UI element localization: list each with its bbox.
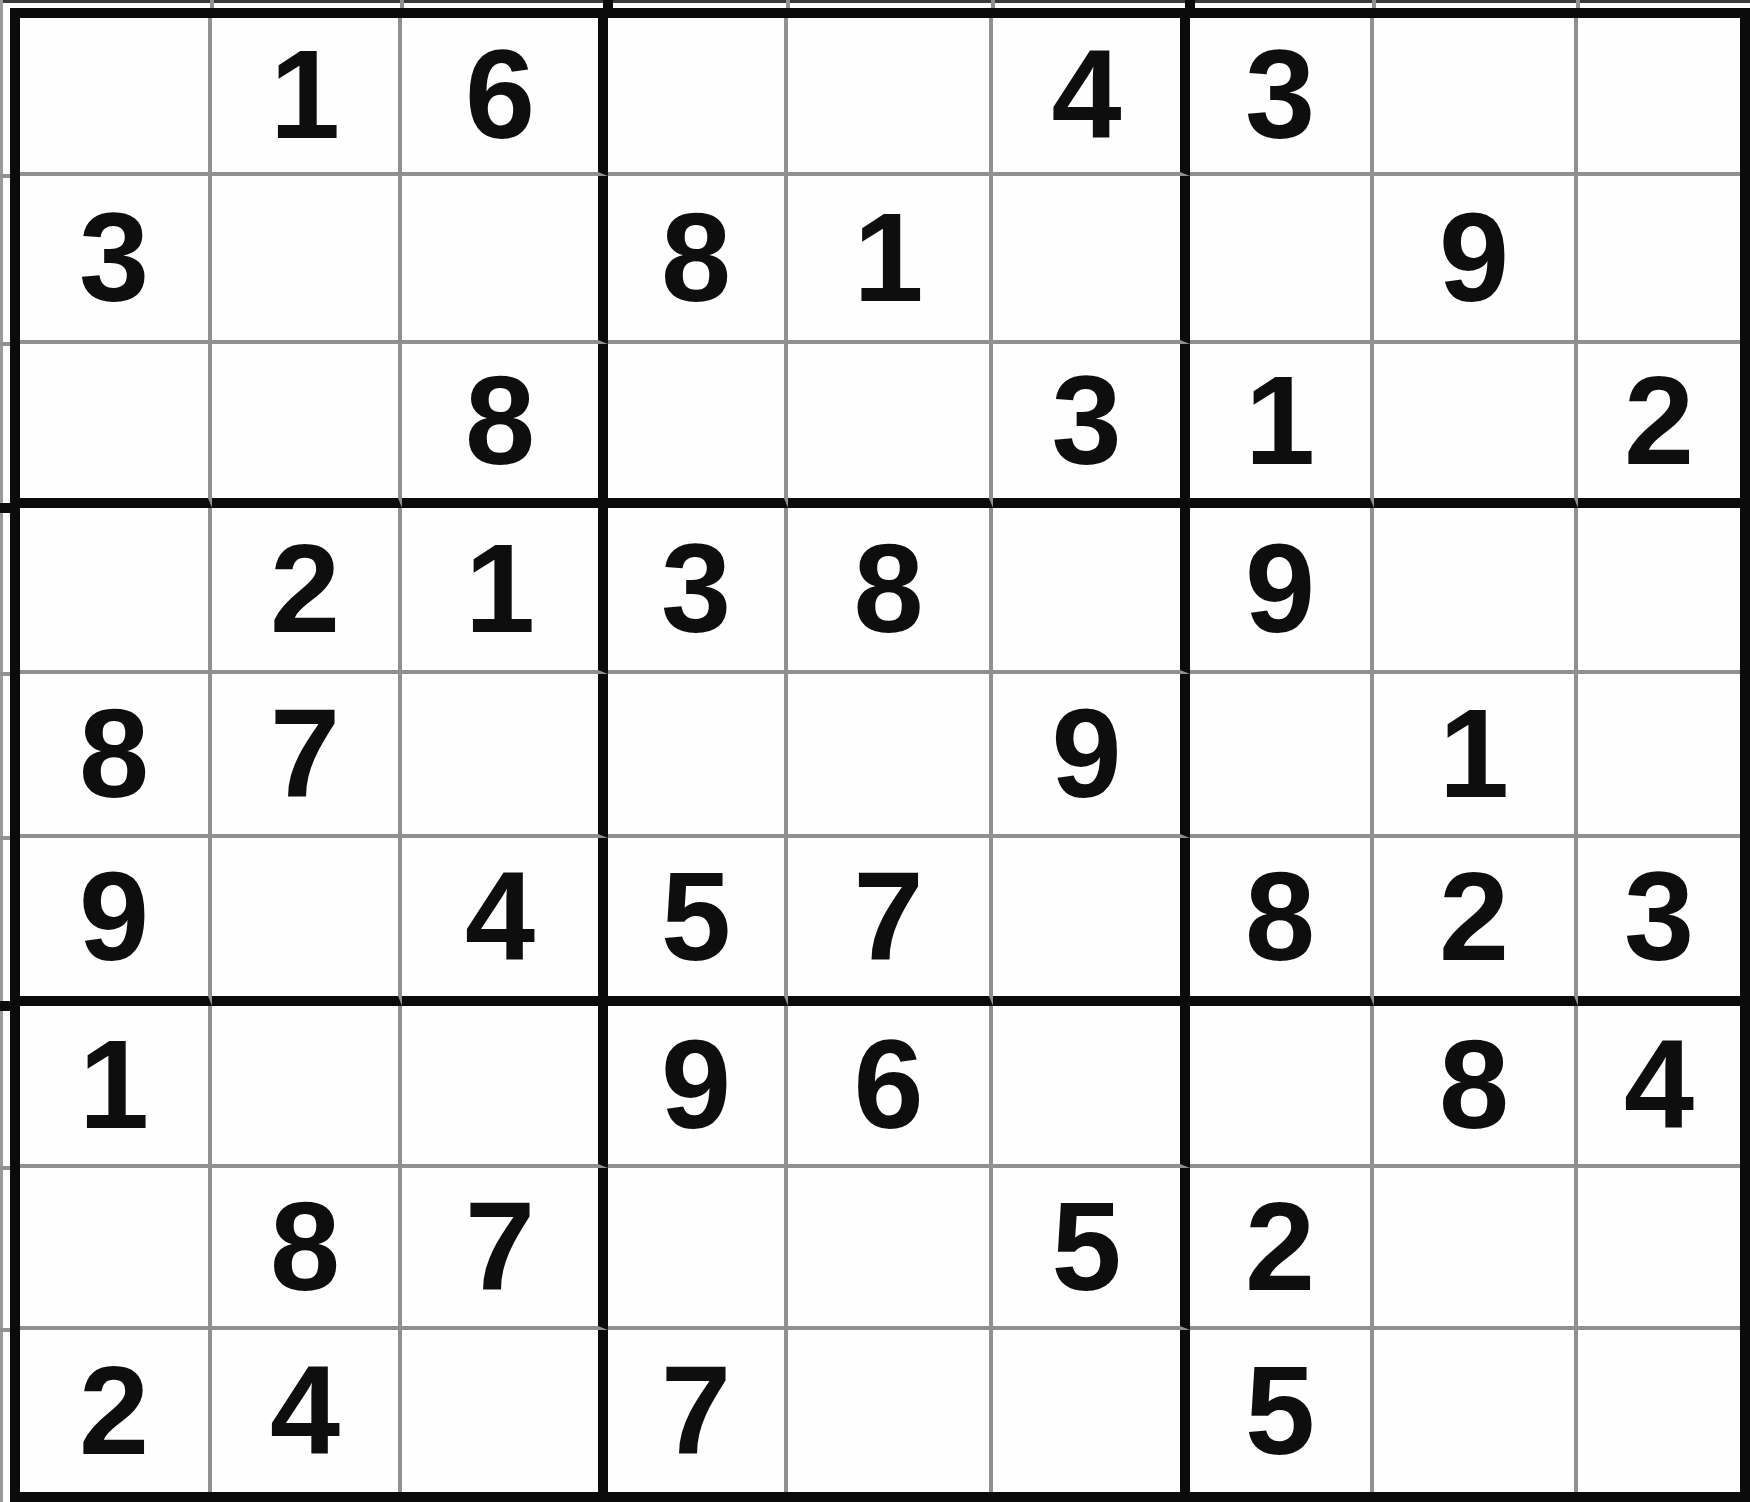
cell-r6c6[interactable] — [993, 838, 1190, 1006]
cell-r1c6[interactable]: 4 — [993, 18, 1190, 176]
sudoku-screenshot: 1643381983122138987919457823196848752247… — [0, 0, 1750, 1502]
cell-r6c7[interactable]: 8 — [1190, 838, 1374, 1006]
cell-r4c4[interactable]: 3 — [608, 508, 788, 674]
cell-r8c7[interactable]: 2 — [1190, 1168, 1374, 1330]
cell-r6c9[interactable]: 3 — [1578, 838, 1740, 1006]
sudoku-board: 1643381983122138987919457823196848752247… — [10, 8, 1750, 1502]
cell-r3c4[interactable] — [608, 344, 788, 508]
cell-r3c6[interactable]: 3 — [993, 344, 1190, 508]
cell-r6c2[interactable] — [212, 838, 402, 1006]
cell-r5c4[interactable] — [608, 674, 788, 838]
cell-r8c6[interactable]: 5 — [993, 1168, 1190, 1330]
cell-r2c2[interactable] — [212, 176, 402, 344]
cell-r7c6[interactable] — [993, 1006, 1190, 1168]
cell-r9c5[interactable] — [788, 1330, 993, 1492]
cell-r2c3[interactable] — [402, 176, 608, 344]
cell-r5c7[interactable] — [1190, 674, 1374, 838]
cell-r8c8[interactable] — [1374, 1168, 1578, 1330]
cell-r3c5[interactable] — [788, 344, 993, 508]
cell-r4c8[interactable] — [1374, 508, 1578, 674]
cell-r8c9[interactable] — [1578, 1168, 1740, 1330]
cell-r4c3[interactable]: 1 — [402, 508, 608, 674]
cell-r1c5[interactable] — [788, 18, 993, 176]
cell-r2c6[interactable] — [993, 176, 1190, 344]
cell-r7c8[interactable]: 8 — [1374, 1006, 1578, 1168]
cell-r1c3[interactable]: 6 — [402, 18, 608, 176]
cell-r7c4[interactable]: 9 — [608, 1006, 788, 1168]
cell-r9c6[interactable] — [993, 1330, 1190, 1492]
cell-r5c1[interactable]: 8 — [20, 674, 212, 838]
cell-r9c8[interactable] — [1374, 1330, 1578, 1492]
cell-r3c7[interactable]: 1 — [1190, 344, 1374, 508]
cell-r4c6[interactable] — [993, 508, 1190, 674]
cell-r1c4[interactable] — [608, 18, 788, 176]
cell-r1c7[interactable]: 3 — [1190, 18, 1374, 176]
cell-r9c2[interactable]: 4 — [212, 1330, 402, 1492]
cell-r4c1[interactable] — [20, 508, 212, 674]
cell-r6c1[interactable]: 9 — [20, 838, 212, 1006]
cell-r8c1[interactable] — [20, 1168, 212, 1330]
cell-r2c9[interactable] — [1578, 176, 1740, 344]
cell-r5c8[interactable]: 1 — [1374, 674, 1578, 838]
cell-r4c9[interactable] — [1578, 508, 1740, 674]
cell-r5c9[interactable] — [1578, 674, 1740, 838]
cell-r5c6[interactable]: 9 — [993, 674, 1190, 838]
cell-r1c9[interactable] — [1578, 18, 1740, 176]
cell-r8c5[interactable] — [788, 1168, 993, 1330]
cell-r7c2[interactable] — [212, 1006, 402, 1168]
cell-r5c2[interactable]: 7 — [212, 674, 402, 838]
cell-r3c3[interactable]: 8 — [402, 344, 608, 508]
cell-r6c8[interactable]: 2 — [1374, 838, 1578, 1006]
cell-r4c7[interactable]: 9 — [1190, 508, 1374, 674]
cell-r9c7[interactable]: 5 — [1190, 1330, 1374, 1492]
cell-r2c8[interactable]: 9 — [1374, 176, 1578, 344]
crop-artifact-top-line — [0, 0, 1750, 3]
cell-r6c5[interactable]: 7 — [788, 838, 993, 1006]
cell-r9c4[interactable]: 7 — [608, 1330, 788, 1492]
crop-artifact-left-line — [0, 0, 3, 1502]
cell-r1c1[interactable] — [20, 18, 212, 176]
cell-r7c3[interactable] — [402, 1006, 608, 1168]
cell-r1c8[interactable] — [1374, 18, 1578, 176]
cell-r2c5[interactable]: 1 — [788, 176, 993, 344]
cell-r2c4[interactable]: 8 — [608, 176, 788, 344]
cell-r2c7[interactable] — [1190, 176, 1374, 344]
cell-r1c2[interactable]: 1 — [212, 18, 402, 176]
cell-r3c2[interactable] — [212, 344, 402, 508]
cell-r8c3[interactable]: 7 — [402, 1168, 608, 1330]
cell-r7c7[interactable] — [1190, 1006, 1374, 1168]
cell-r7c1[interactable]: 1 — [20, 1006, 212, 1168]
cell-r6c3[interactable]: 4 — [402, 838, 608, 1006]
cell-r3c9[interactable]: 2 — [1578, 344, 1740, 508]
cell-r8c4[interactable] — [608, 1168, 788, 1330]
cell-r7c9[interactable]: 4 — [1578, 1006, 1740, 1168]
cell-r5c5[interactable] — [788, 674, 993, 838]
cell-r6c4[interactable]: 5 — [608, 838, 788, 1006]
cell-r3c8[interactable] — [1374, 344, 1578, 508]
cell-r5c3[interactable] — [402, 674, 608, 838]
cell-r7c5[interactable]: 6 — [788, 1006, 993, 1168]
cell-r4c5[interactable]: 8 — [788, 508, 993, 674]
cell-r9c3[interactable] — [402, 1330, 608, 1492]
cell-r3c1[interactable] — [20, 344, 212, 508]
cell-r9c9[interactable] — [1578, 1330, 1740, 1492]
cell-r8c2[interactable]: 8 — [212, 1168, 402, 1330]
cell-r9c1[interactable]: 2 — [20, 1330, 212, 1492]
cell-r2c1[interactable]: 3 — [20, 176, 212, 344]
cell-r4c2[interactable]: 2 — [212, 508, 402, 674]
